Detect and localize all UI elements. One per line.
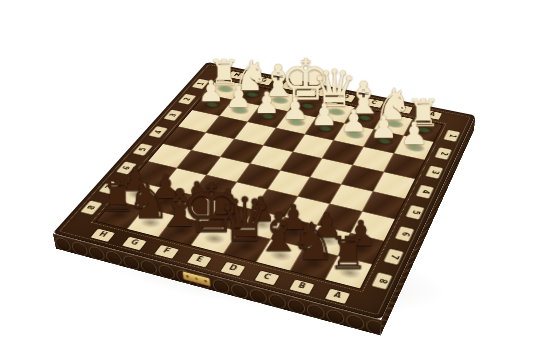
- chess-board: HGFEDCBA HGFEDCBA 12345678 12345678 ♜♞♝♚…: [53, 62, 476, 320]
- piece-white-pawn: ♟: [310, 99, 337, 129]
- coord-label-4: 4: [149, 126, 168, 138]
- coord-label-e: E: [187, 253, 212, 267]
- piece-white-pawn: ♟: [225, 82, 252, 112]
- coord-label-3: 3: [164, 110, 183, 121]
- piece-white-pawn: ♟: [253, 88, 280, 118]
- coord-label-g: G: [122, 236, 146, 249]
- photo-background: HGFEDCBA HGFEDCBA 12345678 12345678 ♜♞♝♚…: [0, 0, 560, 345]
- coord-label-2: 2: [178, 94, 196, 105]
- scene: HGFEDCBA HGFEDCBA 12345678 12345678 ♜♞♝♚…: [0, 0, 560, 345]
- coord-label-4: 4: [416, 185, 434, 199]
- piece-white-pawn: ♟: [281, 93, 308, 123]
- piece-white-pawn: ♟: [340, 105, 367, 136]
- coord-label-c: C: [254, 270, 279, 285]
- coord-label-3: 3: [426, 166, 444, 179]
- coord-label-a: A: [325, 288, 350, 303]
- coord-label-b: B: [289, 279, 314, 294]
- coord-label-2: 2: [435, 147, 452, 160]
- coord-label-d: D: [220, 261, 245, 275]
- coord-label-5: 5: [406, 205, 425, 220]
- piece-white-pawn: ♟: [400, 118, 428, 149]
- coord-label-6: 6: [395, 226, 414, 241]
- coord-label-f: F: [154, 244, 179, 258]
- coord-label-7: 7: [384, 249, 404, 265]
- piece-black-rook: ♜: [327, 230, 368, 275]
- coord-label-1: 1: [444, 130, 461, 142]
- coord-label-8: 8: [372, 272, 393, 289]
- piece-white-pawn: ♟: [369, 111, 397, 142]
- coord-label-5: 5: [133, 143, 153, 155]
- coord-label-h: H: [90, 228, 114, 241]
